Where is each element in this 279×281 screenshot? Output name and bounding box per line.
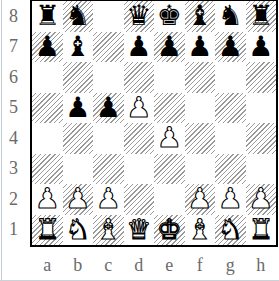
- square-g5[interactable]: [215, 93, 246, 124]
- square-f8[interactable]: ♝: [185, 1, 216, 32]
- square-a1[interactable]: ♜: [32, 215, 63, 246]
- square-c3[interactable]: [93, 154, 124, 185]
- square-g6[interactable]: [215, 62, 246, 93]
- piece-white-pawn: ♟: [35, 184, 60, 215]
- file-labels: abcdefgh: [32, 250, 276, 280]
- square-a5[interactable]: [32, 93, 63, 124]
- piece-black-pawn: ♟: [126, 32, 151, 63]
- square-f5[interactable]: [185, 93, 216, 124]
- piece-white-knight: ♞: [218, 215, 243, 246]
- piece-black-rook: ♜: [35, 1, 60, 32]
- piece-white-pawn: ♟: [65, 184, 90, 215]
- file-label-g: g: [215, 250, 246, 280]
- square-a7[interactable]: ♟: [32, 32, 63, 63]
- square-c5[interactable]: ♟: [93, 93, 124, 124]
- square-c7[interactable]: [93, 32, 124, 63]
- square-b3[interactable]: [63, 154, 94, 185]
- rank-label-2: 2: [0, 184, 27, 215]
- piece-black-pawn: ♟: [187, 32, 212, 63]
- square-f7[interactable]: ♟: [185, 32, 216, 63]
- square-e1[interactable]: ♚: [154, 215, 185, 246]
- square-c8[interactable]: [93, 1, 124, 32]
- square-b4[interactable]: [63, 123, 94, 154]
- piece-black-knight: ♞: [65, 1, 90, 32]
- square-a4[interactable]: [32, 123, 63, 154]
- piece-black-pawn: ♟: [65, 93, 90, 124]
- piece-black-rook: ♜: [248, 1, 273, 32]
- square-f2[interactable]: ♟: [185, 184, 216, 215]
- rank-label-3: 3: [0, 154, 27, 185]
- square-d2[interactable]: [124, 184, 155, 215]
- square-g7[interactable]: ♟: [215, 32, 246, 63]
- rank-label-5: 5: [0, 93, 27, 124]
- piece-white-bishop: ♝: [187, 215, 212, 246]
- piece-black-knight: ♞: [218, 1, 243, 32]
- square-e6[interactable]: [154, 62, 185, 93]
- square-a8[interactable]: ♜: [32, 1, 63, 32]
- square-f6[interactable]: [185, 62, 216, 93]
- square-h2[interactable]: ♟: [246, 184, 277, 215]
- file-label-e: e: [154, 250, 185, 280]
- square-g8[interactable]: ♞: [215, 1, 246, 32]
- piece-black-bishop: ♝: [65, 32, 90, 63]
- piece-white-pawn: ♟: [218, 184, 243, 215]
- square-h1[interactable]: ♜: [246, 215, 277, 246]
- square-d4[interactable]: [124, 123, 155, 154]
- square-h3[interactable]: [246, 154, 277, 185]
- square-c6[interactable]: [93, 62, 124, 93]
- piece-black-pawn: ♟: [96, 93, 121, 124]
- square-g2[interactable]: ♟: [215, 184, 246, 215]
- piece-black-king: ♚: [157, 1, 182, 32]
- square-g3[interactable]: [215, 154, 246, 185]
- piece-white-pawn: ♟: [248, 184, 273, 215]
- rank-label-7: 7: [0, 32, 27, 63]
- file-label-h: h: [246, 250, 277, 280]
- piece-white-bishop: ♝: [96, 215, 121, 246]
- square-h5[interactable]: [246, 93, 277, 124]
- rank-labels: 87654321: [0, 1, 27, 245]
- square-f4[interactable]: [185, 123, 216, 154]
- piece-black-bishop: ♝: [187, 1, 212, 32]
- file-label-c: c: [93, 250, 124, 280]
- square-a6[interactable]: [32, 62, 63, 93]
- piece-white-pawn: ♟: [187, 184, 212, 215]
- square-h8[interactable]: ♜: [246, 1, 277, 32]
- square-f1[interactable]: ♝: [185, 215, 216, 246]
- square-h4[interactable]: [246, 123, 277, 154]
- square-b7[interactable]: ♝: [63, 32, 94, 63]
- square-f3[interactable]: [185, 154, 216, 185]
- square-g4[interactable]: [215, 123, 246, 154]
- piece-white-queen: ♛: [126, 215, 151, 246]
- piece-white-pawn: ♟: [126, 93, 151, 124]
- square-h6[interactable]: [246, 62, 277, 93]
- square-b2[interactable]: ♟: [63, 184, 94, 215]
- square-a2[interactable]: ♟: [32, 184, 63, 215]
- square-d1[interactable]: ♛: [124, 215, 155, 246]
- piece-white-pawn: ♟: [157, 123, 182, 154]
- square-a3[interactable]: [32, 154, 63, 185]
- square-e3[interactable]: [154, 154, 185, 185]
- square-e5[interactable]: [154, 93, 185, 124]
- square-d7[interactable]: ♟: [124, 32, 155, 63]
- square-b6[interactable]: [63, 62, 94, 93]
- square-d3[interactable]: [124, 154, 155, 185]
- square-d8[interactable]: ♛: [124, 1, 155, 32]
- square-e2[interactable]: [154, 184, 185, 215]
- square-e7[interactable]: ♟: [154, 32, 185, 63]
- rank-label-4: 4: [0, 123, 27, 154]
- piece-white-rook: ♜: [248, 215, 273, 246]
- square-c2[interactable]: ♟: [93, 184, 124, 215]
- piece-black-queen: ♛: [126, 1, 151, 32]
- rank-label-6: 6: [0, 62, 27, 93]
- square-d5[interactable]: ♟: [124, 93, 155, 124]
- file-label-a: a: [32, 250, 63, 280]
- square-c4[interactable]: [93, 123, 124, 154]
- square-d6[interactable]: [124, 62, 155, 93]
- chess-diagram: 87654321 ♜♞♛♚♝♞♜♟♝♟♟♟♟♟♟♟♟♟♟♟♟♟♟♟♜♞♝♛♚♝♞…: [0, 0, 279, 281]
- square-b8[interactable]: ♞: [63, 1, 94, 32]
- square-c1[interactable]: ♝: [93, 215, 124, 246]
- square-h7[interactable]: ♟: [246, 32, 277, 63]
- square-b1[interactable]: ♞: [63, 215, 94, 246]
- square-g1[interactable]: ♞: [215, 215, 246, 246]
- piece-black-pawn: ♟: [248, 32, 273, 63]
- square-b5[interactable]: ♟: [63, 93, 94, 124]
- chess-board: ♜♞♛♚♝♞♜♟♝♟♟♟♟♟♟♟♟♟♟♟♟♟♟♟♜♞♝♛♚♝♞♜: [30, 0, 278, 247]
- piece-black-pawn: ♟: [157, 32, 182, 63]
- rank-label-8: 8: [0, 1, 27, 32]
- piece-white-pawn: ♟: [96, 184, 121, 215]
- piece-white-king: ♚: [157, 215, 182, 246]
- file-label-b: b: [63, 250, 94, 280]
- piece-black-pawn: ♟: [35, 32, 60, 63]
- file-label-f: f: [185, 250, 216, 280]
- square-e8[interactable]: ♚: [154, 1, 185, 32]
- square-e4[interactable]: ♟: [154, 123, 185, 154]
- file-label-d: d: [124, 250, 155, 280]
- piece-black-pawn: ♟: [218, 32, 243, 63]
- piece-white-rook: ♜: [35, 215, 60, 246]
- rank-label-1: 1: [0, 215, 27, 246]
- piece-white-knight: ♞: [65, 215, 90, 246]
